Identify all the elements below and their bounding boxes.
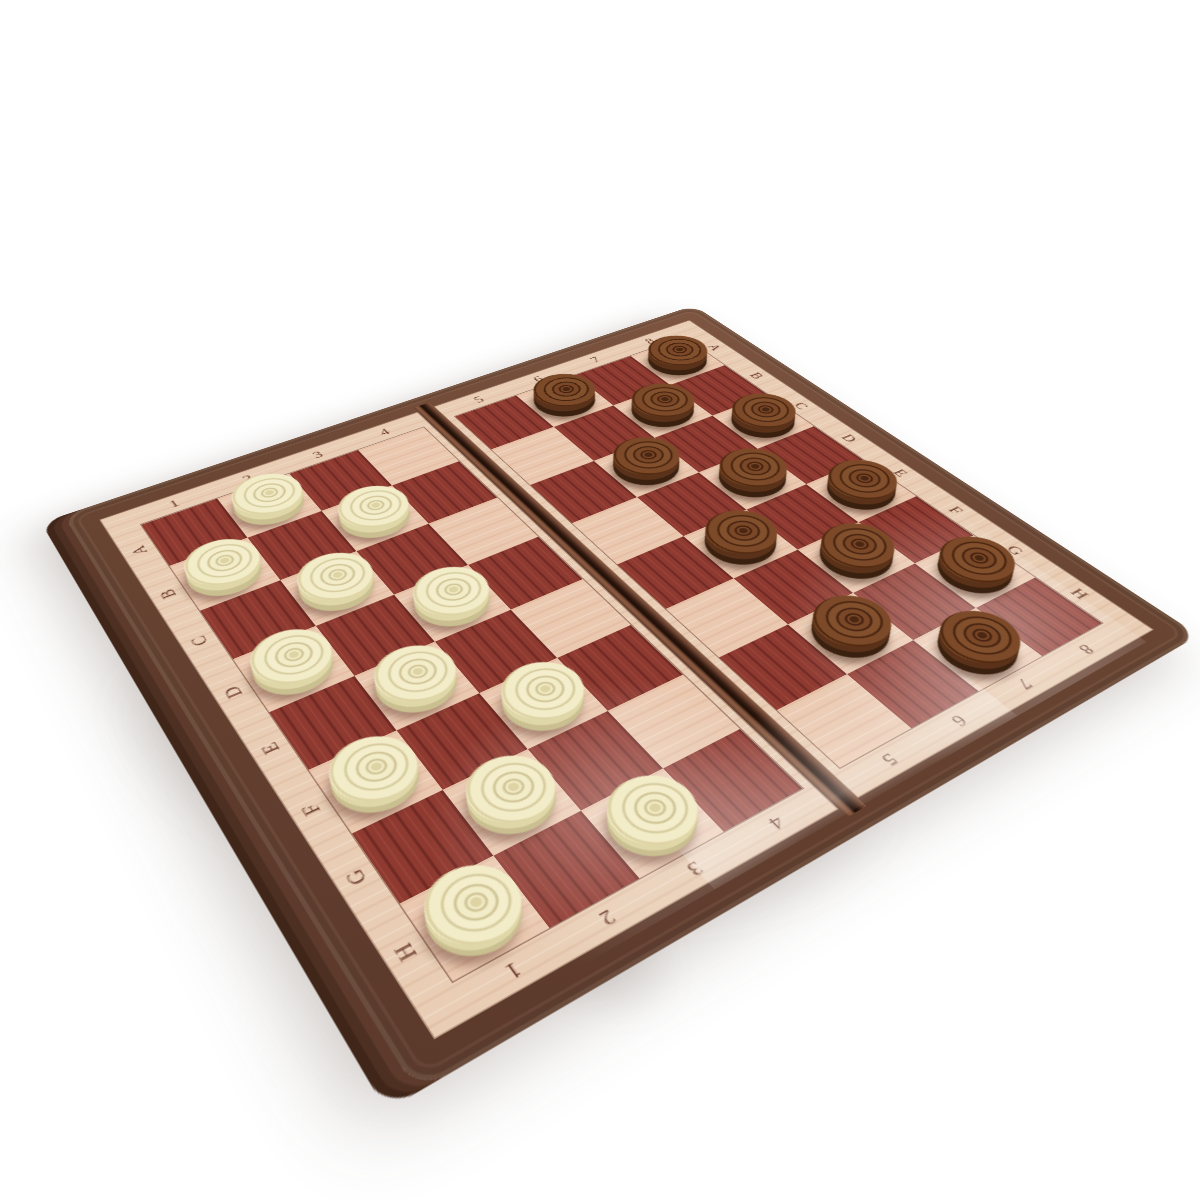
board-surface: 1122334455667788AABBCCDDEEFFGGHH (99, 320, 1154, 1040)
scene: 1122334455667788AABBCCDDEEFFGGHH (0, 0, 1200, 1200)
board-3d: 1122334455667788AABBCCDDEEFFGGHH (63, 305, 1198, 1092)
board-frame: 1122334455667788AABBCCDDEEFFGGHH (63, 305, 1198, 1092)
